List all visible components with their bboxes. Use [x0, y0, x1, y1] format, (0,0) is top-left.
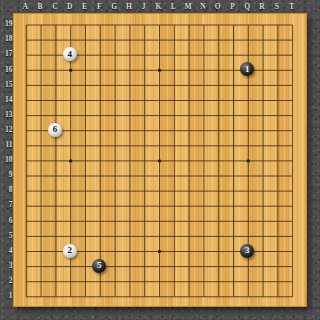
- intersection-C12[interactable]: 6: [47, 122, 62, 137]
- row-label-1: 1: [0, 292, 13, 300]
- column-label-C: C: [47, 3, 62, 11]
- intersection-Q4[interactable]: 3: [240, 243, 255, 258]
- stone-black-1[interactable]: 1: [240, 62, 254, 76]
- row-label-8: 8: [0, 186, 13, 194]
- row-label-4: 4: [0, 247, 13, 255]
- go-board-screen: ABCDEFGHJKLMNOPQRST 19181716151413121110…: [0, 0, 320, 320]
- row-label-10: 10: [0, 156, 13, 164]
- column-label-Q: Q: [240, 3, 255, 11]
- column-label-G: G: [107, 3, 122, 11]
- column-label-H: H: [121, 3, 136, 11]
- move-number: 4: [67, 50, 72, 59]
- row-label-15: 15: [0, 81, 13, 89]
- move-number: 6: [53, 125, 58, 134]
- row-label-17: 17: [0, 50, 13, 58]
- column-label-J: J: [136, 3, 151, 11]
- column-label-A: A: [18, 3, 33, 11]
- column-label-R: R: [255, 3, 270, 11]
- column-label-O: O: [210, 3, 225, 11]
- row-coordinates: 19181716151413121110987654321: [0, 16, 13, 303]
- intersection-F3[interactable]: 5: [92, 258, 107, 273]
- intersection-D4[interactable]: 2: [62, 243, 77, 258]
- column-label-K: K: [151, 3, 166, 11]
- column-label-N: N: [195, 3, 210, 11]
- row-label-2: 2: [0, 277, 13, 285]
- column-label-S: S: [269, 3, 284, 11]
- move-number: 3: [245, 246, 250, 255]
- column-label-B: B: [33, 3, 48, 11]
- column-label-T: T: [284, 3, 299, 11]
- move-number: 5: [97, 261, 102, 270]
- row-label-11: 11: [0, 141, 13, 149]
- row-label-6: 6: [0, 217, 13, 225]
- row-label-5: 5: [0, 232, 13, 240]
- row-label-7: 7: [0, 201, 13, 209]
- column-label-L: L: [166, 3, 181, 11]
- row-label-12: 12: [0, 126, 13, 134]
- move-number: 1: [245, 65, 250, 74]
- column-label-M: M: [181, 3, 196, 11]
- intersection-D17[interactable]: 4: [62, 47, 77, 62]
- move-number: 2: [67, 246, 72, 255]
- row-label-9: 9: [0, 171, 13, 179]
- column-label-F: F: [92, 3, 107, 11]
- column-label-D: D: [62, 3, 77, 11]
- column-label-P: P: [225, 3, 240, 11]
- stone-white-2[interactable]: 2: [63, 244, 77, 258]
- intersection-Q16[interactable]: 1: [240, 62, 255, 77]
- column-coordinates: ABCDEFGHJKLMNOPQRST: [18, 2, 299, 12]
- row-label-13: 13: [0, 111, 13, 119]
- stones-layer[interactable]: 123456: [18, 16, 299, 303]
- row-label-14: 14: [0, 96, 13, 104]
- stone-white-4[interactable]: 4: [63, 47, 77, 61]
- column-label-E: E: [77, 3, 92, 11]
- row-label-16: 16: [0, 66, 13, 74]
- stone-white-6[interactable]: 6: [48, 123, 62, 137]
- stone-black-5[interactable]: 5: [92, 259, 106, 273]
- row-label-19: 19: [0, 20, 13, 28]
- row-label-3: 3: [0, 262, 13, 270]
- stone-black-3[interactable]: 3: [240, 244, 254, 258]
- row-label-18: 18: [0, 35, 13, 43]
